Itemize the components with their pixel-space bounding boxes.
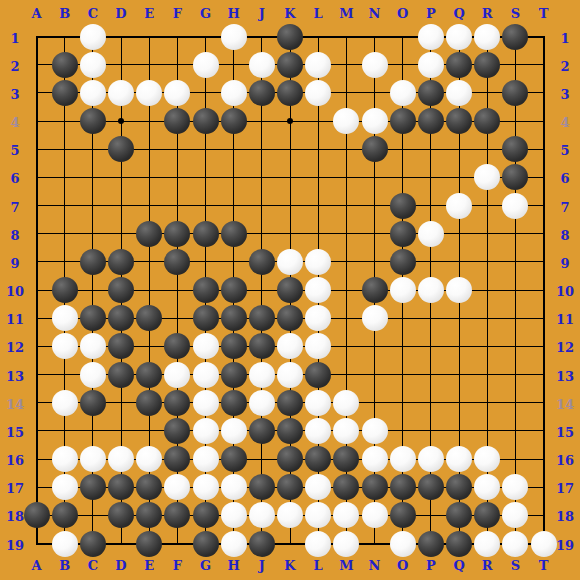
point-P19[interactable] — [417, 530, 445, 558]
point-B12[interactable] — [51, 332, 79, 360]
point-T13[interactable] — [530, 361, 558, 389]
point-C12[interactable] — [79, 332, 107, 360]
point-T7[interactable] — [530, 192, 558, 220]
point-K4[interactable] — [276, 107, 304, 135]
point-E11[interactable] — [135, 304, 163, 332]
point-D4[interactable] — [107, 107, 135, 135]
point-M17[interactable] — [332, 473, 360, 501]
point-L14[interactable] — [304, 389, 332, 417]
point-G6[interactable] — [192, 163, 220, 191]
point-F3[interactable] — [163, 79, 191, 107]
point-N1[interactable] — [361, 23, 389, 51]
point-P11[interactable] — [417, 304, 445, 332]
point-A11[interactable] — [23, 304, 51, 332]
point-S9[interactable] — [501, 248, 529, 276]
point-S19[interactable] — [501, 530, 529, 558]
point-G9[interactable] — [192, 248, 220, 276]
point-H18[interactable] — [220, 501, 248, 529]
point-L6[interactable] — [304, 163, 332, 191]
point-F13[interactable] — [163, 361, 191, 389]
point-T6[interactable] — [530, 163, 558, 191]
point-S6[interactable] — [501, 163, 529, 191]
point-R6[interactable] — [473, 163, 501, 191]
point-T3[interactable] — [530, 79, 558, 107]
point-T14[interactable] — [530, 389, 558, 417]
point-S10[interactable] — [501, 276, 529, 304]
point-S1[interactable] — [501, 23, 529, 51]
point-C2[interactable] — [79, 51, 107, 79]
point-D1[interactable] — [107, 23, 135, 51]
point-D9[interactable] — [107, 248, 135, 276]
point-S8[interactable] — [501, 220, 529, 248]
point-R7[interactable] — [473, 192, 501, 220]
point-O8[interactable] — [389, 220, 417, 248]
point-E5[interactable] — [135, 135, 163, 163]
point-M9[interactable] — [332, 248, 360, 276]
point-E19[interactable] — [135, 530, 163, 558]
point-M16[interactable] — [332, 445, 360, 473]
point-B14[interactable] — [51, 389, 79, 417]
point-R1[interactable] — [473, 23, 501, 51]
point-Q11[interactable] — [445, 304, 473, 332]
point-A10[interactable] — [23, 276, 51, 304]
point-Q3[interactable] — [445, 79, 473, 107]
point-R9[interactable] — [473, 248, 501, 276]
point-H5[interactable] — [220, 135, 248, 163]
point-G16[interactable] — [192, 445, 220, 473]
point-T11[interactable] — [530, 304, 558, 332]
point-M6[interactable] — [332, 163, 360, 191]
point-F1[interactable] — [163, 23, 191, 51]
point-P14[interactable] — [417, 389, 445, 417]
point-M8[interactable] — [332, 220, 360, 248]
point-G8[interactable] — [192, 220, 220, 248]
point-R17[interactable] — [473, 473, 501, 501]
point-O16[interactable] — [389, 445, 417, 473]
point-A6[interactable] — [23, 163, 51, 191]
point-L9[interactable] — [304, 248, 332, 276]
point-D19[interactable] — [107, 530, 135, 558]
point-P12[interactable] — [417, 332, 445, 360]
point-L15[interactable] — [304, 417, 332, 445]
point-C14[interactable] — [79, 389, 107, 417]
point-Q18[interactable] — [445, 501, 473, 529]
point-L11[interactable] — [304, 304, 332, 332]
point-E6[interactable] — [135, 163, 163, 191]
point-K11[interactable] — [276, 304, 304, 332]
point-N7[interactable] — [361, 192, 389, 220]
point-O10[interactable] — [389, 276, 417, 304]
point-Q6[interactable] — [445, 163, 473, 191]
point-Q13[interactable] — [445, 361, 473, 389]
point-L3[interactable] — [304, 79, 332, 107]
point-C10[interactable] — [79, 276, 107, 304]
point-N5[interactable] — [361, 135, 389, 163]
point-T15[interactable] — [530, 417, 558, 445]
point-R5[interactable] — [473, 135, 501, 163]
point-K5[interactable] — [276, 135, 304, 163]
point-K8[interactable] — [276, 220, 304, 248]
point-K12[interactable] — [276, 332, 304, 360]
point-Q8[interactable] — [445, 220, 473, 248]
point-K9[interactable] — [276, 248, 304, 276]
point-A14[interactable] — [23, 389, 51, 417]
point-H17[interactable] — [220, 473, 248, 501]
point-K2[interactable] — [276, 51, 304, 79]
point-O18[interactable] — [389, 501, 417, 529]
point-K15[interactable] — [276, 417, 304, 445]
point-Q17[interactable] — [445, 473, 473, 501]
point-T17[interactable] — [530, 473, 558, 501]
point-P6[interactable] — [417, 163, 445, 191]
point-Q19[interactable] — [445, 530, 473, 558]
point-T5[interactable] — [530, 135, 558, 163]
point-Q12[interactable] — [445, 332, 473, 360]
point-F9[interactable] — [163, 248, 191, 276]
point-E4[interactable] — [135, 107, 163, 135]
point-B10[interactable] — [51, 276, 79, 304]
point-P7[interactable] — [417, 192, 445, 220]
point-D16[interactable] — [107, 445, 135, 473]
point-Q9[interactable] — [445, 248, 473, 276]
point-Q16[interactable] — [445, 445, 473, 473]
point-G10[interactable] — [192, 276, 220, 304]
point-O3[interactable] — [389, 79, 417, 107]
point-O9[interactable] — [389, 248, 417, 276]
point-A7[interactable] — [23, 192, 51, 220]
point-S14[interactable] — [501, 389, 529, 417]
point-R16[interactable] — [473, 445, 501, 473]
point-F18[interactable] — [163, 501, 191, 529]
point-A15[interactable] — [23, 417, 51, 445]
point-O15[interactable] — [389, 417, 417, 445]
point-Q1[interactable] — [445, 23, 473, 51]
point-N17[interactable] — [361, 473, 389, 501]
point-B11[interactable] — [51, 304, 79, 332]
point-M14[interactable] — [332, 389, 360, 417]
point-R14[interactable] — [473, 389, 501, 417]
point-J14[interactable] — [248, 389, 276, 417]
point-H13[interactable] — [220, 361, 248, 389]
point-A5[interactable] — [23, 135, 51, 163]
point-P8[interactable] — [417, 220, 445, 248]
point-J4[interactable] — [248, 107, 276, 135]
point-E14[interactable] — [135, 389, 163, 417]
point-C13[interactable] — [79, 361, 107, 389]
point-Q14[interactable] — [445, 389, 473, 417]
point-A2[interactable] — [23, 51, 51, 79]
point-D14[interactable] — [107, 389, 135, 417]
point-J8[interactable] — [248, 220, 276, 248]
point-O1[interactable] — [389, 23, 417, 51]
point-F10[interactable] — [163, 276, 191, 304]
point-P3[interactable] — [417, 79, 445, 107]
point-C16[interactable] — [79, 445, 107, 473]
point-M13[interactable] — [332, 361, 360, 389]
point-J5[interactable] — [248, 135, 276, 163]
point-H1[interactable] — [220, 23, 248, 51]
point-F16[interactable] — [163, 445, 191, 473]
point-B18[interactable] — [51, 501, 79, 529]
point-J9[interactable] — [248, 248, 276, 276]
point-K17[interactable] — [276, 473, 304, 501]
point-B8[interactable] — [51, 220, 79, 248]
point-L17[interactable] — [304, 473, 332, 501]
point-D15[interactable] — [107, 417, 135, 445]
point-S13[interactable] — [501, 361, 529, 389]
point-D3[interactable] — [107, 79, 135, 107]
point-P10[interactable] — [417, 276, 445, 304]
point-L13[interactable] — [304, 361, 332, 389]
point-N11[interactable] — [361, 304, 389, 332]
point-R12[interactable] — [473, 332, 501, 360]
point-T19[interactable] — [530, 530, 558, 558]
point-J16[interactable] — [248, 445, 276, 473]
point-M4[interactable] — [332, 107, 360, 135]
point-Q10[interactable] — [445, 276, 473, 304]
point-O13[interactable] — [389, 361, 417, 389]
point-A19[interactable] — [23, 530, 51, 558]
point-G11[interactable] — [192, 304, 220, 332]
point-H8[interactable] — [220, 220, 248, 248]
point-H11[interactable] — [220, 304, 248, 332]
point-N12[interactable] — [361, 332, 389, 360]
point-B9[interactable] — [51, 248, 79, 276]
point-M5[interactable] — [332, 135, 360, 163]
point-F19[interactable] — [163, 530, 191, 558]
point-J6[interactable] — [248, 163, 276, 191]
point-Q7[interactable] — [445, 192, 473, 220]
point-J18[interactable] — [248, 501, 276, 529]
point-L12[interactable] — [304, 332, 332, 360]
point-M1[interactable] — [332, 23, 360, 51]
point-G13[interactable] — [192, 361, 220, 389]
point-G14[interactable] — [192, 389, 220, 417]
point-K7[interactable] — [276, 192, 304, 220]
point-N8[interactable] — [361, 220, 389, 248]
point-N16[interactable] — [361, 445, 389, 473]
point-L18[interactable] — [304, 501, 332, 529]
point-C11[interactable] — [79, 304, 107, 332]
point-E3[interactable] — [135, 79, 163, 107]
point-T12[interactable] — [530, 332, 558, 360]
point-D18[interactable] — [107, 501, 135, 529]
point-G19[interactable] — [192, 530, 220, 558]
point-E9[interactable] — [135, 248, 163, 276]
point-T18[interactable] — [530, 501, 558, 529]
point-M19[interactable] — [332, 530, 360, 558]
point-A17[interactable] — [23, 473, 51, 501]
point-A13[interactable] — [23, 361, 51, 389]
point-T16[interactable] — [530, 445, 558, 473]
point-R15[interactable] — [473, 417, 501, 445]
point-L19[interactable] — [304, 530, 332, 558]
point-S15[interactable] — [501, 417, 529, 445]
point-C6[interactable] — [79, 163, 107, 191]
point-A12[interactable] — [23, 332, 51, 360]
point-K6[interactable] — [276, 163, 304, 191]
point-O14[interactable] — [389, 389, 417, 417]
point-C3[interactable] — [79, 79, 107, 107]
point-D6[interactable] — [107, 163, 135, 191]
point-M2[interactable] — [332, 51, 360, 79]
point-E15[interactable] — [135, 417, 163, 445]
point-P5[interactable] — [417, 135, 445, 163]
point-S3[interactable] — [501, 79, 529, 107]
point-R19[interactable] — [473, 530, 501, 558]
point-D10[interactable] — [107, 276, 135, 304]
point-G1[interactable] — [192, 23, 220, 51]
point-J2[interactable] — [248, 51, 276, 79]
point-B3[interactable] — [51, 79, 79, 107]
point-E13[interactable] — [135, 361, 163, 389]
point-R13[interactable] — [473, 361, 501, 389]
point-N13[interactable] — [361, 361, 389, 389]
point-Q15[interactable] — [445, 417, 473, 445]
point-O19[interactable] — [389, 530, 417, 558]
point-E12[interactable] — [135, 332, 163, 360]
point-N9[interactable] — [361, 248, 389, 276]
point-B5[interactable] — [51, 135, 79, 163]
point-E16[interactable] — [135, 445, 163, 473]
point-R8[interactable] — [473, 220, 501, 248]
point-K18[interactable] — [276, 501, 304, 529]
point-F11[interactable] — [163, 304, 191, 332]
point-F7[interactable] — [163, 192, 191, 220]
point-J7[interactable] — [248, 192, 276, 220]
point-K10[interactable] — [276, 276, 304, 304]
point-D2[interactable] — [107, 51, 135, 79]
point-S18[interactable] — [501, 501, 529, 529]
point-H9[interactable] — [220, 248, 248, 276]
point-A8[interactable] — [23, 220, 51, 248]
point-M10[interactable] — [332, 276, 360, 304]
point-A9[interactable] — [23, 248, 51, 276]
point-O17[interactable] — [389, 473, 417, 501]
point-L2[interactable] — [304, 51, 332, 79]
point-R18[interactable] — [473, 501, 501, 529]
point-C19[interactable] — [79, 530, 107, 558]
point-T8[interactable] — [530, 220, 558, 248]
point-S11[interactable] — [501, 304, 529, 332]
point-G3[interactable] — [192, 79, 220, 107]
point-C8[interactable] — [79, 220, 107, 248]
point-J1[interactable] — [248, 23, 276, 51]
point-E17[interactable] — [135, 473, 163, 501]
point-P4[interactable] — [417, 107, 445, 135]
point-J15[interactable] — [248, 417, 276, 445]
point-B4[interactable] — [51, 107, 79, 135]
point-L1[interactable] — [304, 23, 332, 51]
point-L16[interactable] — [304, 445, 332, 473]
point-O4[interactable] — [389, 107, 417, 135]
point-B15[interactable] — [51, 417, 79, 445]
point-J19[interactable] — [248, 530, 276, 558]
point-D12[interactable] — [107, 332, 135, 360]
point-G15[interactable] — [192, 417, 220, 445]
point-P16[interactable] — [417, 445, 445, 473]
point-F6[interactable] — [163, 163, 191, 191]
point-S17[interactable] — [501, 473, 529, 501]
point-N15[interactable] — [361, 417, 389, 445]
point-K3[interactable] — [276, 79, 304, 107]
point-T10[interactable] — [530, 276, 558, 304]
point-Q2[interactable] — [445, 51, 473, 79]
point-P18[interactable] — [417, 501, 445, 529]
point-J3[interactable] — [248, 79, 276, 107]
point-G18[interactable] — [192, 501, 220, 529]
point-M3[interactable] — [332, 79, 360, 107]
point-J11[interactable] — [248, 304, 276, 332]
point-F14[interactable] — [163, 389, 191, 417]
point-K16[interactable] — [276, 445, 304, 473]
point-N19[interactable] — [361, 530, 389, 558]
point-E18[interactable] — [135, 501, 163, 529]
point-G4[interactable] — [192, 107, 220, 135]
point-L5[interactable] — [304, 135, 332, 163]
point-G5[interactable] — [192, 135, 220, 163]
point-N6[interactable] — [361, 163, 389, 191]
point-B19[interactable] — [51, 530, 79, 558]
point-Q4[interactable] — [445, 107, 473, 135]
point-L4[interactable] — [304, 107, 332, 135]
point-B2[interactable] — [51, 51, 79, 79]
point-H12[interactable] — [220, 332, 248, 360]
point-T1[interactable] — [530, 23, 558, 51]
point-F8[interactable] — [163, 220, 191, 248]
point-H3[interactable] — [220, 79, 248, 107]
point-B17[interactable] — [51, 473, 79, 501]
point-K14[interactable] — [276, 389, 304, 417]
point-S4[interactable] — [501, 107, 529, 135]
point-C1[interactable] — [79, 23, 107, 51]
point-C9[interactable] — [79, 248, 107, 276]
point-B13[interactable] — [51, 361, 79, 389]
point-P15[interactable] — [417, 417, 445, 445]
point-F5[interactable] — [163, 135, 191, 163]
point-C15[interactable] — [79, 417, 107, 445]
point-C7[interactable] — [79, 192, 107, 220]
point-A18[interactable] — [23, 501, 51, 529]
point-N14[interactable] — [361, 389, 389, 417]
point-R11[interactable] — [473, 304, 501, 332]
point-O5[interactable] — [389, 135, 417, 163]
point-H16[interactable] — [220, 445, 248, 473]
point-H6[interactable] — [220, 163, 248, 191]
point-Q5[interactable] — [445, 135, 473, 163]
point-F15[interactable] — [163, 417, 191, 445]
point-B6[interactable] — [51, 163, 79, 191]
point-A16[interactable] — [23, 445, 51, 473]
point-J12[interactable] — [248, 332, 276, 360]
point-D8[interactable] — [107, 220, 135, 248]
point-N4[interactable] — [361, 107, 389, 135]
point-O11[interactable] — [389, 304, 417, 332]
point-J17[interactable] — [248, 473, 276, 501]
point-K13[interactable] — [276, 361, 304, 389]
point-P17[interactable] — [417, 473, 445, 501]
point-E1[interactable] — [135, 23, 163, 51]
point-C4[interactable] — [79, 107, 107, 135]
point-E10[interactable] — [135, 276, 163, 304]
point-M11[interactable] — [332, 304, 360, 332]
point-O12[interactable] — [389, 332, 417, 360]
point-O6[interactable] — [389, 163, 417, 191]
point-E2[interactable] — [135, 51, 163, 79]
point-A3[interactable] — [23, 79, 51, 107]
point-H2[interactable] — [220, 51, 248, 79]
point-A1[interactable] — [23, 23, 51, 51]
